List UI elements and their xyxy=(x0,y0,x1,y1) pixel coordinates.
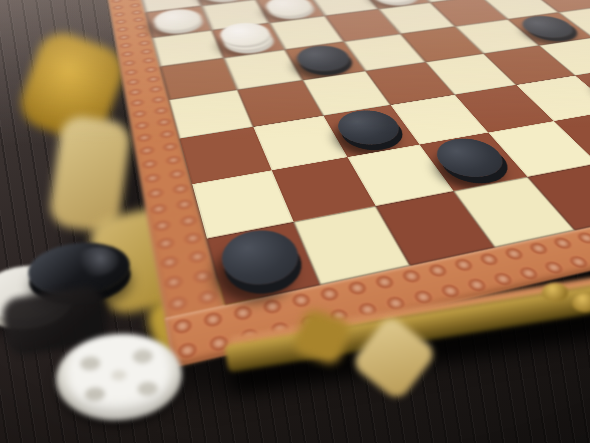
black-checker[interactable] xyxy=(215,225,307,292)
black-checker[interactable] xyxy=(291,43,357,74)
white-checker-king[interactable] xyxy=(218,24,278,52)
photo-frame xyxy=(0,0,590,443)
white-checker[interactable] xyxy=(151,7,205,33)
gold-stud-bump xyxy=(542,283,568,302)
white-checker[interactable] xyxy=(261,0,317,18)
checkers-board xyxy=(140,0,590,305)
